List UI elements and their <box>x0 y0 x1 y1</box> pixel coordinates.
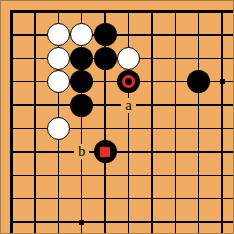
point-label-a: a <box>121 98 136 113</box>
grid-line-vertical <box>198 10 200 234</box>
grid-line-vertical <box>151 10 153 234</box>
grid-line-vertical <box>34 10 36 234</box>
grid-line-vertical <box>175 10 177 234</box>
white-stone <box>47 70 70 93</box>
point-label-b: b <box>74 144 89 159</box>
grid-line-horizontal <box>10 128 234 130</box>
grid-line-horizontal <box>10 34 234 36</box>
board-edge-line-top <box>10 10 234 13</box>
black-stone <box>70 94 93 117</box>
square-mark <box>100 147 110 157</box>
grid-line-horizontal <box>10 175 234 177</box>
board-edge-line-left <box>10 10 13 234</box>
black-stone <box>94 47 117 70</box>
white-stone <box>47 117 70 140</box>
black-stone <box>70 70 93 93</box>
black-stone <box>94 23 117 46</box>
black-stone <box>187 70 210 93</box>
go-board-diagram: ab <box>0 0 234 234</box>
grid-line-horizontal <box>10 198 234 200</box>
grid-line-vertical <box>221 10 223 234</box>
star-point <box>220 79 225 84</box>
white-stone <box>117 47 140 70</box>
grid-line-vertical <box>128 10 130 234</box>
grid-line-horizontal <box>10 151 234 153</box>
star-point <box>79 220 84 225</box>
white-stone <box>47 47 70 70</box>
white-stone <box>47 23 70 46</box>
grid-line-horizontal <box>10 221 234 223</box>
black-stone <box>70 47 93 70</box>
white-stone <box>70 23 93 46</box>
